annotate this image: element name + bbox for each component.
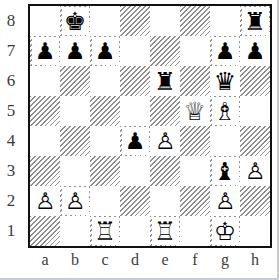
- square-f3[interactable]: [180, 156, 210, 186]
- square-d8[interactable]: [120, 6, 150, 36]
- black-pawn-c7[interactable]: ♟: [92, 37, 119, 65]
- square-e8[interactable]: [150, 6, 180, 36]
- file-labels: abcdefgh: [30, 250, 270, 270]
- white-pawn-h3[interactable]: ♙: [242, 157, 269, 185]
- square-a6[interactable]: [30, 66, 60, 96]
- square-c7[interactable]: ♟: [90, 36, 120, 66]
- square-h3[interactable]: ♙: [240, 156, 270, 186]
- square-g3[interactable]: ♝: [210, 156, 240, 186]
- square-d1[interactable]: [120, 216, 150, 246]
- square-h8[interactable]: ♜: [240, 6, 270, 36]
- rank-label-5: 5: [2, 96, 20, 126]
- square-h1[interactable]: [240, 216, 270, 246]
- square-a8[interactable]: [30, 6, 60, 36]
- file-label-g: g: [210, 250, 240, 270]
- white-rook-c1[interactable]: ♖: [92, 217, 119, 245]
- square-h6[interactable]: [240, 66, 270, 96]
- square-g8[interactable]: [210, 6, 240, 36]
- square-e2[interactable]: [150, 186, 180, 216]
- square-b6[interactable]: [60, 66, 90, 96]
- file-label-b: b: [60, 250, 90, 270]
- square-f8[interactable]: [180, 6, 210, 36]
- square-c3[interactable]: [90, 156, 120, 186]
- square-c8[interactable]: [90, 6, 120, 36]
- square-d7[interactable]: [120, 36, 150, 66]
- black-rook-e6[interactable]: ♜: [152, 67, 179, 95]
- white-queen-f5[interactable]: ♕: [182, 97, 209, 125]
- white-bishop-g5[interactable]: ♗: [212, 97, 239, 125]
- square-c1[interactable]: ♖: [90, 216, 120, 246]
- file-label-d: d: [120, 250, 150, 270]
- rank-label-6: 6: [2, 66, 20, 96]
- black-rook-h8[interactable]: ♜: [242, 7, 269, 35]
- square-f4[interactable]: [180, 126, 210, 156]
- square-d5[interactable]: [120, 96, 150, 126]
- square-d6[interactable]: [120, 66, 150, 96]
- square-h5[interactable]: [240, 96, 270, 126]
- rank-label-3: 3: [2, 156, 20, 186]
- square-e7[interactable]: [150, 36, 180, 66]
- square-e6[interactable]: ♜: [150, 66, 180, 96]
- square-b4[interactable]: [60, 126, 90, 156]
- file-label-h: h: [240, 250, 270, 270]
- square-f1[interactable]: [180, 216, 210, 246]
- chess-diagram-page: 87654321 ♚♜♟♟♟♟♟♜♛♕♗♟♙♝♙♙♙♙♖♖♔ abcdefgh: [0, 0, 279, 280]
- square-g4[interactable]: [210, 126, 240, 156]
- square-e1[interactable]: ♖: [150, 216, 180, 246]
- white-king-g1[interactable]: ♔: [212, 217, 239, 245]
- black-pawn-h7[interactable]: ♟: [242, 37, 269, 65]
- square-e5[interactable]: [150, 96, 180, 126]
- square-f7[interactable]: [180, 36, 210, 66]
- board: ♚♜♟♟♟♟♟♜♛♕♗♟♙♝♙♙♙♙♖♖♔: [28, 4, 272, 248]
- black-pawn-g7[interactable]: ♟: [212, 37, 239, 65]
- rank-labels: 87654321: [2, 6, 20, 246]
- black-bishop-g3[interactable]: ♝: [212, 157, 239, 185]
- rank-label-1: 1: [2, 216, 20, 246]
- square-b3[interactable]: [60, 156, 90, 186]
- square-b5[interactable]: [60, 96, 90, 126]
- white-pawn-a2[interactable]: ♙: [32, 187, 59, 215]
- square-b8[interactable]: ♚: [60, 6, 90, 36]
- black-pawn-b7[interactable]: ♟: [62, 37, 89, 65]
- square-c2[interactable]: [90, 186, 120, 216]
- square-g6[interactable]: ♛: [210, 66, 240, 96]
- square-a5[interactable]: [30, 96, 60, 126]
- black-pawn-a7[interactable]: ♟: [32, 37, 59, 65]
- square-h7[interactable]: ♟: [240, 36, 270, 66]
- square-f5[interactable]: ♕: [180, 96, 210, 126]
- square-e3[interactable]: [150, 156, 180, 186]
- square-b2[interactable]: ♙: [60, 186, 90, 216]
- white-pawn-b2[interactable]: ♙: [62, 187, 89, 215]
- square-e4[interactable]: ♙: [150, 126, 180, 156]
- file-label-a: a: [30, 250, 60, 270]
- square-d3[interactable]: [120, 156, 150, 186]
- square-g1[interactable]: ♔: [210, 216, 240, 246]
- square-b7[interactable]: ♟: [60, 36, 90, 66]
- square-c5[interactable]: [90, 96, 120, 126]
- square-h2[interactable]: [240, 186, 270, 216]
- black-king-b8[interactable]: ♚: [62, 7, 89, 35]
- white-rook-e1[interactable]: ♖: [152, 217, 179, 245]
- file-label-c: c: [90, 250, 120, 270]
- square-g5[interactable]: ♗: [210, 96, 240, 126]
- rank-label-2: 2: [2, 186, 20, 216]
- square-a2[interactable]: ♙: [30, 186, 60, 216]
- square-a3[interactable]: [30, 156, 60, 186]
- square-c4[interactable]: [90, 126, 120, 156]
- square-a7[interactable]: ♟: [30, 36, 60, 66]
- white-pawn-g2[interactable]: ♙: [212, 187, 239, 215]
- rank-label-7: 7: [2, 36, 20, 66]
- square-b1[interactable]: [60, 216, 90, 246]
- square-a4[interactable]: [30, 126, 60, 156]
- square-g2[interactable]: ♙: [210, 186, 240, 216]
- rank-label-8: 8: [2, 6, 20, 36]
- file-label-f: f: [180, 250, 210, 270]
- window-edge-right: [277, 0, 279, 280]
- black-pawn-d4[interactable]: ♟: [122, 127, 149, 155]
- rank-label-4: 4: [2, 126, 20, 156]
- black-queen-g6[interactable]: ♛: [212, 67, 239, 95]
- square-h4[interactable]: [240, 126, 270, 156]
- square-g7[interactable]: ♟: [210, 36, 240, 66]
- square-f6[interactable]: [180, 66, 210, 96]
- file-label-e: e: [150, 250, 180, 270]
- square-d4[interactable]: ♟: [120, 126, 150, 156]
- square-c6[interactable]: [90, 66, 120, 96]
- square-d2[interactable]: [120, 186, 150, 216]
- square-a1[interactable]: [30, 216, 60, 246]
- white-pawn-e4[interactable]: ♙: [152, 127, 179, 155]
- square-f2[interactable]: [180, 186, 210, 216]
